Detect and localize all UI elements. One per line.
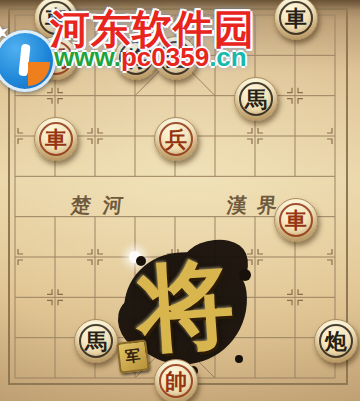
piece-帥-red[interactable]: 帥 xyxy=(154,359,198,401)
piece-馬-red[interactable]: 馬 xyxy=(34,36,78,80)
piece-glyph: 士 xyxy=(165,47,187,69)
xiangqi-board[interactable]: 楚河 漢界 車車馬将士馬車兵車馬炮 将 军 帥 ★ 河东软件园 www.pc03… xyxy=(0,0,360,401)
piece-glyph: 兵 xyxy=(165,128,187,150)
piece-glyph: 帥 xyxy=(165,370,187,392)
piece-将-black[interactable]: 将 xyxy=(114,36,158,80)
piece-glyph: 将 xyxy=(125,47,147,69)
piece-glyph: 馬 xyxy=(45,47,67,69)
move-indicator-dot xyxy=(129,251,141,263)
piece-glyph: 馬 xyxy=(245,88,267,110)
piece-車-red[interactable]: 車 xyxy=(274,198,318,242)
piece-glyph: 車 xyxy=(45,7,67,29)
piece-glyph: 車 xyxy=(45,128,67,150)
piece-士-black[interactable]: 士 xyxy=(154,36,198,80)
piece-glyph: 馬 xyxy=(85,330,107,352)
piece-炮-black[interactable]: 炮 xyxy=(314,319,358,363)
piece-兵-red[interactable]: 兵 xyxy=(154,117,198,161)
piece-glyph: 車 xyxy=(285,209,307,231)
piece-馬-black[interactable]: 馬 xyxy=(74,319,118,363)
piece-車-red[interactable]: 車 xyxy=(34,117,78,161)
piece-馬-black[interactable]: 馬 xyxy=(234,77,278,121)
piece-glyph: 車 xyxy=(285,7,307,29)
piece-glyph: 炮 xyxy=(325,330,347,352)
river-label-left: 楚河 xyxy=(57,192,150,219)
